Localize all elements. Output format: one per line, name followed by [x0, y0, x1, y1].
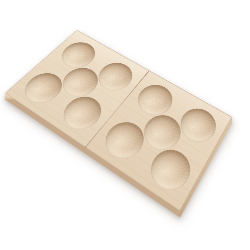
product-photo-scene	[0, 0, 250, 250]
hollow-4[interactable]	[17, 68, 69, 109]
mancala-board	[0, 0, 250, 250]
